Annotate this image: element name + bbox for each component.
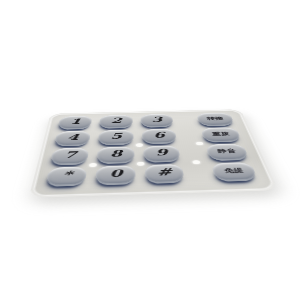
key-label: 9 xyxy=(155,148,168,157)
key-label: 2 xyxy=(111,117,122,124)
key-label: 0 xyxy=(109,168,122,178)
key-mute[interactable]: 静音 xyxy=(206,144,249,160)
key-0[interactable]: 0 xyxy=(96,165,136,183)
keypad-grid: 1 2 3 转接 4 5 6 重拨 7 8 9 静音 * 0 # 免提 xyxy=(46,113,258,185)
key-label: 5 xyxy=(110,132,122,140)
key-5[interactable]: 5 xyxy=(99,130,134,144)
key-label: * xyxy=(61,170,72,180)
key-7[interactable]: 7 xyxy=(50,148,89,164)
key-1[interactable]: 1 xyxy=(58,116,93,129)
key-9[interactable]: 9 xyxy=(143,145,181,161)
key-transfer[interactable]: 转接 xyxy=(196,113,234,126)
key-label: 7 xyxy=(63,150,77,159)
key-redial[interactable]: 重拨 xyxy=(201,127,241,141)
key-8[interactable]: 8 xyxy=(97,146,134,162)
key-hash[interactable]: # xyxy=(144,164,185,182)
key-label: 8 xyxy=(110,149,122,158)
led-hole-dot xyxy=(196,142,204,146)
key-label: 转接 xyxy=(206,117,223,121)
key-label: 静音 xyxy=(217,149,237,154)
key-label: 免提 xyxy=(223,168,244,174)
key-2[interactable]: 2 xyxy=(100,115,133,128)
key-handsfree[interactable]: 免提 xyxy=(211,162,257,180)
key-label: 1 xyxy=(70,118,82,125)
product-photo-canvas: 1 2 3 转接 4 5 6 重拨 7 8 9 静音 * 0 # 免提 xyxy=(0,0,300,300)
key-star[interactable]: * xyxy=(46,167,88,185)
key-label: 4 xyxy=(67,133,80,141)
perspective-wrapper: 1 2 3 转接 4 5 6 重拨 7 8 9 静音 * 0 # 免提 xyxy=(0,0,300,300)
key-label: 重拨 xyxy=(211,132,230,136)
key-label: 3 xyxy=(151,116,163,123)
keypad-mat: 1 2 3 转接 4 5 6 重拨 7 8 9 静音 * 0 # 免提 xyxy=(29,109,279,198)
key-label: # xyxy=(156,167,173,177)
key-4[interactable]: 4 xyxy=(54,131,91,145)
led-hole-dot xyxy=(192,160,200,164)
key-3[interactable]: 3 xyxy=(140,114,174,127)
key-6[interactable]: 6 xyxy=(141,129,177,143)
key-label: 6 xyxy=(153,131,165,139)
